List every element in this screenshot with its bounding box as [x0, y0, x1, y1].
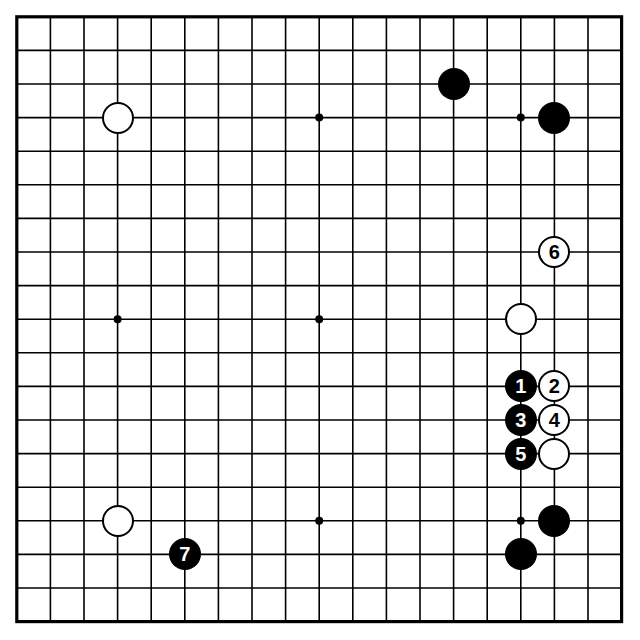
stones-layer: 6123457 — [0, 0, 638, 638]
go-board: 6123457 — [0, 0, 640, 640]
stone-black-q3 — [505, 538, 537, 570]
stone-black-move-1: 1 — [505, 370, 537, 402]
stone-white-move-6: 6 — [538, 236, 570, 268]
stone-black-move-3: 3 — [505, 404, 537, 436]
stone-white-move-4: 4 — [538, 404, 570, 436]
stone-white-q10 — [505, 303, 537, 335]
stone-black-move-5: 5 — [505, 438, 537, 470]
go-diagram-page: 6123457 — [0, 0, 640, 640]
stone-black-r16 — [538, 102, 570, 134]
stone-black-move-7: 7 — [169, 538, 201, 570]
stone-black-r4 — [538, 505, 570, 537]
stone-white-r6 — [538, 438, 570, 470]
stone-white-move-2: 2 — [538, 370, 570, 402]
stone-black-n17 — [438, 68, 470, 100]
stone-white-d16 — [102, 102, 134, 134]
stone-white-d4 — [102, 505, 134, 537]
